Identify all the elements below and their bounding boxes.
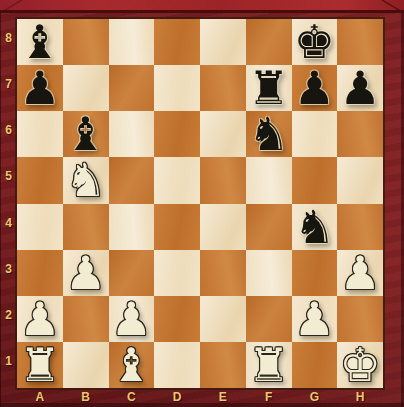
square-a4[interactable]	[17, 204, 63, 250]
piece-white-pawn[interactable]: ♟	[294, 296, 335, 342]
piece-white-rook[interactable]: ♜	[248, 342, 289, 388]
piece-white-pawn[interactable]: ♟	[340, 250, 381, 296]
piece-black-knight[interactable]: ♞	[248, 111, 289, 157]
square-g6[interactable]	[292, 111, 338, 157]
piece-black-bishop[interactable]: ♝	[19, 19, 60, 65]
piece-white-knight[interactable]: ♞	[65, 157, 106, 203]
piece-black-bishop[interactable]: ♝	[65, 111, 106, 157]
square-d1[interactable]	[154, 342, 200, 388]
square-b8[interactable]	[63, 19, 109, 65]
square-a1[interactable]: ♜	[17, 342, 63, 388]
square-e4[interactable]	[200, 204, 246, 250]
square-f7[interactable]: ♜	[246, 65, 292, 111]
square-e2[interactable]	[200, 296, 246, 342]
rank-label-3: 3	[0, 246, 17, 292]
square-c4[interactable]	[109, 204, 155, 250]
square-h5[interactable]	[337, 157, 383, 203]
square-b5[interactable]: ♞	[63, 157, 109, 203]
square-d7[interactable]	[154, 65, 200, 111]
square-h7[interactable]: ♟	[337, 65, 383, 111]
file-labels: ABCDEFGH	[17, 388, 383, 407]
square-e7[interactable]	[200, 65, 246, 111]
piece-white-pawn[interactable]: ♟	[19, 296, 60, 342]
square-f6[interactable]: ♞	[246, 111, 292, 157]
square-d4[interactable]	[154, 204, 200, 250]
piece-white-bishop[interactable]: ♝	[111, 342, 152, 388]
square-a2[interactable]: ♟	[17, 296, 63, 342]
piece-black-rook[interactable]: ♜	[248, 65, 289, 111]
square-g2[interactable]: ♟	[292, 296, 338, 342]
square-d8[interactable]	[154, 19, 200, 65]
square-h4[interactable]	[337, 204, 383, 250]
square-d5[interactable]	[154, 157, 200, 203]
square-d6[interactable]	[154, 111, 200, 157]
square-f3[interactable]	[246, 250, 292, 296]
square-h1[interactable]: ♚	[337, 342, 383, 388]
square-d2[interactable]	[154, 296, 200, 342]
square-h2[interactable]	[337, 296, 383, 342]
square-f4[interactable]	[246, 204, 292, 250]
file-label-a: A	[17, 387, 63, 406]
square-a3[interactable]	[17, 250, 63, 296]
square-a5[interactable]	[17, 157, 63, 203]
rank-label-8: 8	[0, 15, 17, 61]
piece-black-pawn[interactable]: ♟	[340, 65, 381, 111]
square-b4[interactable]	[63, 204, 109, 250]
file-label-c: C	[109, 387, 155, 406]
square-e8[interactable]	[200, 19, 246, 65]
square-b7[interactable]	[63, 65, 109, 111]
file-label-d: D	[154, 387, 200, 406]
file-label-g: G	[292, 387, 338, 406]
square-b1[interactable]	[63, 342, 109, 388]
square-e1[interactable]	[200, 342, 246, 388]
square-f2[interactable]	[246, 296, 292, 342]
square-h6[interactable]	[337, 111, 383, 157]
square-g1[interactable]	[292, 342, 338, 388]
piece-black-king[interactable]: ♚	[294, 19, 335, 65]
file-label-f: F	[246, 387, 292, 406]
square-g7[interactable]: ♟	[292, 65, 338, 111]
rank-label-6: 6	[0, 107, 17, 153]
square-b6[interactable]: ♝	[63, 111, 109, 157]
square-h3[interactable]: ♟	[337, 250, 383, 296]
piece-white-pawn[interactable]: ♟	[65, 250, 106, 296]
square-a6[interactable]	[17, 111, 63, 157]
piece-white-rook[interactable]: ♜	[19, 342, 60, 388]
rank-label-5: 5	[0, 153, 17, 199]
square-e6[interactable]	[200, 111, 246, 157]
square-c6[interactable]	[109, 111, 155, 157]
square-c2[interactable]: ♟	[109, 296, 155, 342]
square-c7[interactable]	[109, 65, 155, 111]
file-label-h: H	[337, 387, 383, 406]
square-f1[interactable]: ♜	[246, 342, 292, 388]
square-g3[interactable]	[292, 250, 338, 296]
square-c5[interactable]	[109, 157, 155, 203]
rank-label-4: 4	[0, 200, 17, 246]
file-label-e: E	[200, 387, 246, 406]
square-a7[interactable]: ♟	[17, 65, 63, 111]
chess-board: ♝♚♟♜♟♟♝♞♞♞♟♟♟♟♟♜♝♜♚	[17, 19, 383, 388]
square-b2[interactable]	[63, 296, 109, 342]
piece-white-pawn[interactable]: ♟	[111, 296, 152, 342]
square-f8[interactable]	[246, 19, 292, 65]
piece-black-pawn[interactable]: ♟	[294, 65, 335, 111]
rank-label-7: 7	[0, 61, 17, 107]
file-label-b: B	[63, 387, 109, 406]
square-c8[interactable]	[109, 19, 155, 65]
square-c1[interactable]: ♝	[109, 342, 155, 388]
square-e5[interactable]	[200, 157, 246, 203]
square-g4[interactable]: ♞	[292, 204, 338, 250]
square-d3[interactable]	[154, 250, 200, 296]
frame-top-strip	[0, 0, 404, 13]
square-a8[interactable]: ♝	[17, 19, 63, 65]
square-h8[interactable]	[337, 19, 383, 65]
rank-label-2: 2	[0, 292, 17, 338]
square-b3[interactable]: ♟	[63, 250, 109, 296]
square-f5[interactable]	[246, 157, 292, 203]
rank-label-1: 1	[0, 338, 17, 384]
piece-black-pawn[interactable]: ♟	[19, 65, 60, 111]
piece-black-knight[interactable]: ♞	[294, 204, 335, 250]
rank-labels: 87654321	[0, 19, 17, 388]
square-e3[interactable]	[200, 250, 246, 296]
board-frame: ♝♚♟♜♟♟♝♞♞♞♟♟♟♟♟♜♝♜♚ 87654321 ABCDEFGH	[0, 0, 404, 407]
piece-white-king[interactable]: ♚	[340, 342, 381, 388]
square-c3[interactable]	[109, 250, 155, 296]
square-g5[interactable]	[292, 157, 338, 203]
square-g8[interactable]: ♚	[292, 19, 338, 65]
